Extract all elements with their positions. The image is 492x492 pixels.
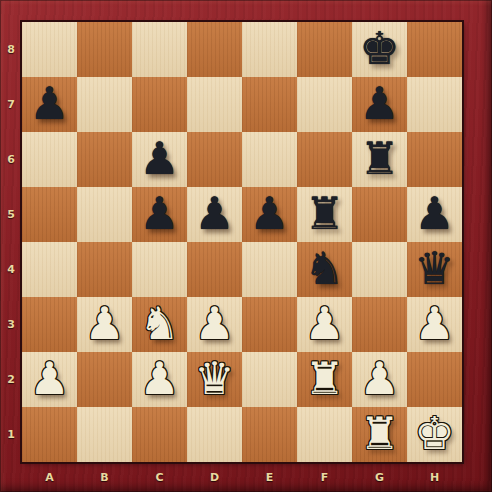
square-d6[interactable]: [187, 132, 242, 187]
white-king[interactable]: ♚: [414, 406, 454, 461]
file-label-a: A: [22, 462, 77, 492]
square-f3[interactable]: ♟: [297, 297, 352, 352]
square-b3[interactable]: ♟: [77, 297, 132, 352]
square-e7[interactable]: [242, 77, 297, 132]
black-rook[interactable]: ♜: [359, 131, 399, 186]
white-queen[interactable]: ♛: [194, 351, 234, 406]
white-pawn[interactable]: ♟: [139, 351, 179, 406]
square-g1[interactable]: ♜: [352, 407, 407, 462]
black-pawn[interactable]: ♟: [29, 76, 69, 131]
rank-label-8: 8: [0, 22, 22, 77]
square-g5[interactable]: [352, 187, 407, 242]
black-knight[interactable]: ♞: [304, 241, 344, 296]
square-c8[interactable]: [132, 22, 187, 77]
square-a7[interactable]: ♟: [22, 77, 77, 132]
square-d4[interactable]: [187, 242, 242, 297]
square-g3[interactable]: [352, 297, 407, 352]
black-pawn[interactable]: ♟: [249, 186, 289, 241]
white-rook[interactable]: ♜: [359, 406, 399, 461]
square-c2[interactable]: ♟: [132, 352, 187, 407]
square-a2[interactable]: ♟: [22, 352, 77, 407]
chess-board: ♚♟♟♟♜♟♟♟♜♟♞♛♟♞♟♟♟♟♟♛♜♟♜♚: [22, 22, 462, 462]
square-h2[interactable]: [407, 352, 462, 407]
rank-label-2: 2: [0, 352, 22, 407]
square-c3[interactable]: ♞: [132, 297, 187, 352]
square-c5[interactable]: ♟: [132, 187, 187, 242]
rank-labels: 87654321: [0, 22, 22, 462]
black-pawn[interactable]: ♟: [359, 76, 399, 131]
square-e3[interactable]: [242, 297, 297, 352]
square-c7[interactable]: [132, 77, 187, 132]
square-h4[interactable]: ♛: [407, 242, 462, 297]
black-queen[interactable]: ♛: [414, 241, 454, 296]
square-b5[interactable]: [77, 187, 132, 242]
square-g8[interactable]: ♚: [352, 22, 407, 77]
white-knight[interactable]: ♞: [139, 296, 179, 351]
black-rook[interactable]: ♜: [304, 186, 344, 241]
file-label-b: B: [77, 462, 132, 492]
square-f6[interactable]: [297, 132, 352, 187]
square-h8[interactable]: [407, 22, 462, 77]
square-a4[interactable]: [22, 242, 77, 297]
white-pawn[interactable]: ♟: [359, 351, 399, 406]
black-king[interactable]: ♚: [359, 21, 399, 76]
rank-label-6: 6: [0, 132, 22, 187]
file-label-f: F: [297, 462, 352, 492]
square-a3[interactable]: [22, 297, 77, 352]
square-e2[interactable]: [242, 352, 297, 407]
square-f8[interactable]: [297, 22, 352, 77]
square-h3[interactable]: ♟: [407, 297, 462, 352]
square-b1[interactable]: [77, 407, 132, 462]
file-label-d: D: [187, 462, 242, 492]
white-pawn[interactable]: ♟: [194, 296, 234, 351]
file-label-c: C: [132, 462, 187, 492]
square-d1[interactable]: [187, 407, 242, 462]
white-pawn[interactable]: ♟: [304, 296, 344, 351]
square-h6[interactable]: [407, 132, 462, 187]
file-labels: ABCDEFGH: [22, 462, 462, 492]
rank-label-1: 1: [0, 407, 22, 462]
square-e1[interactable]: [242, 407, 297, 462]
square-d2[interactable]: ♛: [187, 352, 242, 407]
square-b2[interactable]: [77, 352, 132, 407]
square-f7[interactable]: [297, 77, 352, 132]
square-g6[interactable]: ♜: [352, 132, 407, 187]
file-label-g: G: [352, 462, 407, 492]
square-d7[interactable]: [187, 77, 242, 132]
black-pawn[interactable]: ♟: [139, 131, 179, 186]
file-label-e: E: [242, 462, 297, 492]
white-pawn[interactable]: ♟: [29, 351, 69, 406]
chessboard-frame: 87654321 ABCDEFGH ♚♟♟♟♜♟♟♟♜♟♞♛♟♞♟♟♟♟♟♛♜♟…: [0, 0, 492, 492]
rank-label-4: 4: [0, 242, 22, 297]
square-c1[interactable]: [132, 407, 187, 462]
square-f5[interactable]: ♜: [297, 187, 352, 242]
square-e4[interactable]: [242, 242, 297, 297]
file-label-h: H: [407, 462, 462, 492]
square-h5[interactable]: ♟: [407, 187, 462, 242]
square-d5[interactable]: ♟: [187, 187, 242, 242]
square-e5[interactable]: ♟: [242, 187, 297, 242]
square-b6[interactable]: [77, 132, 132, 187]
square-d8[interactable]: [187, 22, 242, 77]
black-pawn[interactable]: ♟: [194, 186, 234, 241]
rank-label-7: 7: [0, 77, 22, 132]
black-pawn[interactable]: ♟: [414, 186, 454, 241]
square-a1[interactable]: [22, 407, 77, 462]
square-g7[interactable]: ♟: [352, 77, 407, 132]
square-b8[interactable]: [77, 22, 132, 77]
square-b7[interactable]: [77, 77, 132, 132]
square-c4[interactable]: [132, 242, 187, 297]
square-g4[interactable]: [352, 242, 407, 297]
square-a8[interactable]: [22, 22, 77, 77]
square-f2[interactable]: ♜: [297, 352, 352, 407]
rank-label-3: 3: [0, 297, 22, 352]
square-g2[interactable]: ♟: [352, 352, 407, 407]
square-e8[interactable]: [242, 22, 297, 77]
square-f1[interactable]: [297, 407, 352, 462]
square-f4[interactable]: ♞: [297, 242, 352, 297]
square-c6[interactable]: ♟: [132, 132, 187, 187]
square-e6[interactable]: [242, 132, 297, 187]
square-h7[interactable]: [407, 77, 462, 132]
square-a5[interactable]: [22, 187, 77, 242]
white-rook[interactable]: ♜: [304, 351, 344, 406]
square-h1[interactable]: ♚: [407, 407, 462, 462]
black-pawn[interactable]: ♟: [139, 186, 179, 241]
rank-label-5: 5: [0, 187, 22, 242]
square-b4[interactable]: [77, 242, 132, 297]
white-pawn[interactable]: ♟: [414, 296, 454, 351]
white-pawn[interactable]: ♟: [84, 296, 124, 351]
square-d3[interactable]: ♟: [187, 297, 242, 352]
square-a6[interactable]: [22, 132, 77, 187]
